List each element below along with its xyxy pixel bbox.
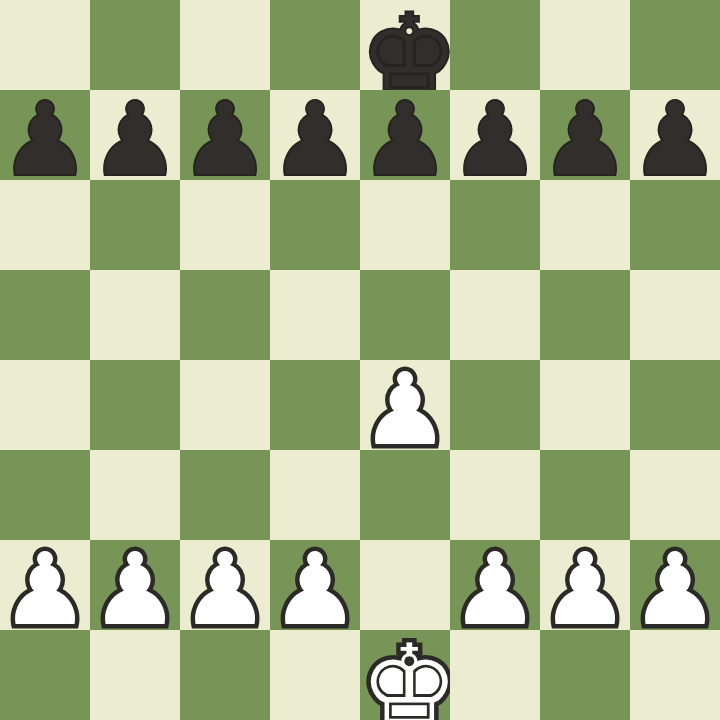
square-a3[interactable] <box>0 450 90 540</box>
square-c3[interactable] <box>180 450 270 540</box>
square-e1[interactable] <box>360 630 450 720</box>
square-a1[interactable] <box>0 630 90 720</box>
square-c1[interactable] <box>180 630 270 720</box>
square-d4[interactable] <box>270 360 360 450</box>
square-b7[interactable] <box>90 90 180 180</box>
square-d7[interactable] <box>270 90 360 180</box>
square-f5[interactable] <box>450 270 540 360</box>
square-a6[interactable] <box>0 180 90 270</box>
square-g7[interactable] <box>540 90 630 180</box>
square-g3[interactable] <box>540 450 630 540</box>
square-c7[interactable] <box>180 90 270 180</box>
square-d8[interactable] <box>270 0 360 90</box>
square-e7[interactable] <box>360 90 450 180</box>
square-h3[interactable] <box>630 450 720 540</box>
square-a7[interactable] <box>0 90 90 180</box>
square-b4[interactable] <box>90 360 180 450</box>
black-pawn-g7[interactable] <box>540 90 630 180</box>
white-pawn-e4[interactable] <box>360 360 450 450</box>
square-e4[interactable] <box>360 360 450 450</box>
square-c4[interactable] <box>180 360 270 450</box>
square-f8[interactable] <box>450 0 540 90</box>
square-f2[interactable] <box>450 540 540 630</box>
square-h6[interactable] <box>630 180 720 270</box>
square-g5[interactable] <box>540 270 630 360</box>
black-pawn-f7[interactable] <box>450 90 540 180</box>
square-c6[interactable] <box>180 180 270 270</box>
black-pawn-d7[interactable] <box>270 90 360 180</box>
square-d3[interactable] <box>270 450 360 540</box>
square-a8[interactable] <box>0 0 90 90</box>
square-g1[interactable] <box>540 630 630 720</box>
square-e2[interactable] <box>360 540 450 630</box>
square-c2[interactable] <box>180 540 270 630</box>
square-g8[interactable] <box>540 0 630 90</box>
square-g2[interactable] <box>540 540 630 630</box>
chess-board[interactable] <box>0 0 720 720</box>
square-e3[interactable] <box>360 450 450 540</box>
square-b2[interactable] <box>90 540 180 630</box>
square-b5[interactable] <box>90 270 180 360</box>
square-b1[interactable] <box>90 630 180 720</box>
square-a4[interactable] <box>0 360 90 450</box>
square-f7[interactable] <box>450 90 540 180</box>
black-pawn-c7[interactable] <box>180 90 270 180</box>
square-h5[interactable] <box>630 270 720 360</box>
square-h7[interactable] <box>630 90 720 180</box>
black-pawn-a7[interactable] <box>0 90 90 180</box>
white-king-e1[interactable] <box>360 630 450 720</box>
square-h4[interactable] <box>630 360 720 450</box>
white-pawn-g2[interactable] <box>540 540 630 630</box>
square-a5[interactable] <box>0 270 90 360</box>
square-f1[interactable] <box>450 630 540 720</box>
white-pawn-c2[interactable] <box>180 540 270 630</box>
square-d5[interactable] <box>270 270 360 360</box>
square-f6[interactable] <box>450 180 540 270</box>
square-h1[interactable] <box>630 630 720 720</box>
square-h2[interactable] <box>630 540 720 630</box>
square-e8[interactable] <box>360 0 450 90</box>
square-d1[interactable] <box>270 630 360 720</box>
square-e5[interactable] <box>360 270 450 360</box>
square-h8[interactable] <box>630 0 720 90</box>
square-g4[interactable] <box>540 360 630 450</box>
square-d2[interactable] <box>270 540 360 630</box>
square-b3[interactable] <box>90 450 180 540</box>
square-b8[interactable] <box>90 0 180 90</box>
square-g6[interactable] <box>540 180 630 270</box>
black-pawn-e7[interactable] <box>360 90 450 180</box>
white-pawn-b2[interactable] <box>90 540 180 630</box>
square-c5[interactable] <box>180 270 270 360</box>
square-f3[interactable] <box>450 450 540 540</box>
black-pawn-b7[interactable] <box>90 90 180 180</box>
white-pawn-f2[interactable] <box>450 540 540 630</box>
white-pawn-h2[interactable] <box>630 540 720 630</box>
square-f4[interactable] <box>450 360 540 450</box>
black-king-e8[interactable] <box>360 0 450 90</box>
square-c8[interactable] <box>180 0 270 90</box>
white-pawn-a2[interactable] <box>0 540 90 630</box>
square-e6[interactable] <box>360 180 450 270</box>
square-a2[interactable] <box>0 540 90 630</box>
white-pawn-d2[interactable] <box>270 540 360 630</box>
square-d6[interactable] <box>270 180 360 270</box>
black-pawn-h7[interactable] <box>630 90 720 180</box>
square-b6[interactable] <box>90 180 180 270</box>
